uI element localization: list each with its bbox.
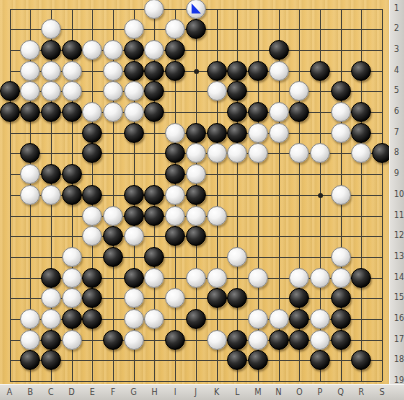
row-label-15: 15 xyxy=(394,294,404,302)
black-stone-Q17[interactable] xyxy=(331,330,351,350)
black-stone-K15[interactable] xyxy=(207,288,227,308)
white-stone-B10[interactable] xyxy=(20,185,40,205)
black-stone-D16[interactable] xyxy=(62,309,82,329)
row-label-13: 13 xyxy=(394,253,404,261)
white-stone-K14[interactable] xyxy=(207,268,227,288)
grid-line-horizontal xyxy=(10,381,383,382)
column-label-G: G xyxy=(131,389,137,397)
black-stone-I17[interactable] xyxy=(165,330,185,350)
white-stone-N6[interactable] xyxy=(269,102,289,122)
black-stone-L6[interactable] xyxy=(227,102,247,122)
white-stone-P8[interactable] xyxy=(310,143,330,163)
white-stone-Q14[interactable] xyxy=(331,268,351,288)
white-stone-F5[interactable] xyxy=(103,81,123,101)
black-stone-E7[interactable] xyxy=(82,123,102,143)
white-stone-M7[interactable] xyxy=(248,123,268,143)
white-stone-N4[interactable] xyxy=(269,61,289,81)
white-stone-F6[interactable] xyxy=(103,102,123,122)
row-label-14: 14 xyxy=(394,274,404,282)
black-stone-J7[interactable] xyxy=(186,123,206,143)
row-label-1: 1 xyxy=(394,5,399,13)
black-stone-L15[interactable] xyxy=(227,288,247,308)
black-stone-G14[interactable] xyxy=(124,268,144,288)
row-label-10: 10 xyxy=(394,191,404,199)
black-stone-R6[interactable] xyxy=(351,102,371,122)
black-stone-C9[interactable] xyxy=(41,164,61,184)
white-stone-C15[interactable] xyxy=(41,288,61,308)
white-stone-P14[interactable] xyxy=(310,268,330,288)
black-stone-G4[interactable] xyxy=(124,61,144,81)
column-label-B: B xyxy=(27,389,33,397)
white-stone-C4[interactable] xyxy=(41,61,61,81)
go-board[interactable] xyxy=(0,0,391,386)
black-stone-J16[interactable] xyxy=(186,309,206,329)
white-stone-H16[interactable] xyxy=(144,309,164,329)
column-label-N: N xyxy=(276,389,282,397)
white-stone-G2[interactable] xyxy=(124,19,144,39)
black-stone-D6[interactable] xyxy=(62,102,82,122)
black-stone-L17[interactable] xyxy=(227,330,247,350)
column-label-E: E xyxy=(90,389,95,397)
column-label-Q: Q xyxy=(338,389,344,397)
white-stone-P16[interactable] xyxy=(310,309,330,329)
hoshi-point xyxy=(194,69,199,74)
black-stone-L4[interactable] xyxy=(227,61,247,81)
white-stone-H1[interactable] xyxy=(144,0,164,19)
grid-line-vertical xyxy=(382,9,383,382)
black-stone-P18[interactable] xyxy=(310,350,330,370)
black-stone-F17[interactable] xyxy=(103,330,123,350)
black-stone-R4[interactable] xyxy=(351,61,371,81)
column-label-M: M xyxy=(254,389,261,397)
black-stone-N3[interactable] xyxy=(269,40,289,60)
black-stone-E15[interactable] xyxy=(82,288,102,308)
black-stone-E16[interactable] xyxy=(82,309,102,329)
column-label-F: F xyxy=(111,389,116,397)
black-stone-R7[interactable] xyxy=(351,123,371,143)
white-stone-J8[interactable] xyxy=(186,143,206,163)
black-stone-C14[interactable] xyxy=(41,268,61,288)
white-stone-M16[interactable] xyxy=(248,309,268,329)
black-stone-D10[interactable] xyxy=(62,185,82,205)
black-stone-R14[interactable] xyxy=(351,268,371,288)
white-stone-F3[interactable] xyxy=(103,40,123,60)
row-coordinate-strip: 12345678910111213141516171819 xyxy=(389,0,404,384)
black-stone-B18[interactable] xyxy=(20,350,40,370)
row-label-11: 11 xyxy=(394,212,404,220)
white-stone-D5[interactable] xyxy=(62,81,82,101)
white-stone-O5[interactable] xyxy=(289,81,309,101)
white-stone-K11[interactable] xyxy=(207,206,227,226)
row-label-6: 6 xyxy=(394,108,399,116)
black-stone-I9[interactable] xyxy=(165,164,185,184)
black-stone-D3[interactable] xyxy=(62,40,82,60)
column-coordinate-strip: ABCDEFGHIJKLMNOPQRS xyxy=(0,384,404,400)
white-stone-G17[interactable] xyxy=(124,330,144,350)
white-stone-B5[interactable] xyxy=(20,81,40,101)
white-stone-C5[interactable] xyxy=(41,81,61,101)
black-stone-J10[interactable] xyxy=(186,185,206,205)
black-stone-F12[interactable] xyxy=(103,226,123,246)
white-stone-M8[interactable] xyxy=(248,143,268,163)
black-stone-B6[interactable] xyxy=(20,102,40,122)
white-stone-D17[interactable] xyxy=(62,330,82,350)
black-stone-G10[interactable] xyxy=(124,185,144,205)
white-stone-G12[interactable] xyxy=(124,226,144,246)
hoshi-point xyxy=(318,193,323,198)
column-label-I: I xyxy=(174,389,176,397)
white-stone-J14[interactable] xyxy=(186,268,206,288)
white-stone-D13[interactable] xyxy=(62,247,82,267)
black-stone-A6[interactable] xyxy=(0,102,20,122)
black-stone-R18[interactable] xyxy=(351,350,371,370)
white-stone-R8[interactable] xyxy=(351,143,371,163)
black-stone-M6[interactable] xyxy=(248,102,268,122)
white-stone-K5[interactable] xyxy=(207,81,227,101)
column-label-L: L xyxy=(235,389,239,397)
black-stone-G3[interactable] xyxy=(124,40,144,60)
white-stone-C2[interactable] xyxy=(41,19,61,39)
black-stone-H10[interactable] xyxy=(144,185,164,205)
black-stone-E8[interactable] xyxy=(82,143,102,163)
black-stone-E10[interactable] xyxy=(82,185,102,205)
row-label-3: 3 xyxy=(394,46,399,54)
black-stone-H11[interactable] xyxy=(144,206,164,226)
black-stone-O15[interactable] xyxy=(289,288,309,308)
black-stone-L18[interactable] xyxy=(227,350,247,370)
white-stone-N7[interactable] xyxy=(269,123,289,143)
white-stone-G16[interactable] xyxy=(124,309,144,329)
column-label-D: D xyxy=(69,389,75,397)
white-stone-J11[interactable] xyxy=(186,206,206,226)
white-stone-O14[interactable] xyxy=(289,268,309,288)
black-stone-C17[interactable] xyxy=(41,330,61,350)
black-stone-I8[interactable] xyxy=(165,143,185,163)
column-label-R: R xyxy=(359,389,365,397)
black-stone-Q16[interactable] xyxy=(331,309,351,329)
white-stone-B9[interactable] xyxy=(20,164,40,184)
column-label-H: H xyxy=(151,389,157,397)
black-stone-J2[interactable] xyxy=(186,19,206,39)
black-stone-Q5[interactable] xyxy=(331,81,351,101)
black-stone-F13[interactable] xyxy=(103,247,123,267)
black-stone-H6[interactable] xyxy=(144,102,164,122)
white-stone-I10[interactable] xyxy=(165,185,185,205)
grid-line-vertical xyxy=(10,9,11,382)
black-stone-A5[interactable] xyxy=(0,81,20,101)
row-label-18: 18 xyxy=(394,356,404,364)
white-stone-M17[interactable] xyxy=(248,330,268,350)
white-stone-I15[interactable] xyxy=(165,288,185,308)
black-stone-O6[interactable] xyxy=(289,102,309,122)
row-label-17: 17 xyxy=(394,336,404,344)
white-stone-K8[interactable] xyxy=(207,143,227,163)
black-stone-H13[interactable] xyxy=(144,247,164,267)
black-stone-I12[interactable] xyxy=(165,226,185,246)
white-stone-G5[interactable] xyxy=(124,81,144,101)
white-stone-I7[interactable] xyxy=(165,123,185,143)
white-stone-Q6[interactable] xyxy=(331,102,351,122)
black-stone-B8[interactable] xyxy=(20,143,40,163)
white-stone-E6[interactable] xyxy=(82,102,102,122)
white-stone-J9[interactable] xyxy=(186,164,206,184)
white-stone-I2[interactable] xyxy=(165,19,185,39)
column-label-S: S xyxy=(380,389,385,397)
white-stone-G6[interactable] xyxy=(124,102,144,122)
black-stone-K4[interactable] xyxy=(207,61,227,81)
white-stone-N16[interactable] xyxy=(269,309,289,329)
white-stone-Q13[interactable] xyxy=(331,247,351,267)
column-label-J: J xyxy=(195,389,197,397)
column-label-P: P xyxy=(318,389,323,397)
black-stone-M4[interactable] xyxy=(248,61,268,81)
white-stone-Q10[interactable] xyxy=(331,185,351,205)
white-stone-G15[interactable] xyxy=(124,288,144,308)
white-stone-B4[interactable] xyxy=(20,61,40,81)
black-stone-G11[interactable] xyxy=(124,206,144,226)
black-stone-H5[interactable] xyxy=(144,81,164,101)
white-stone-B17[interactable] xyxy=(20,330,40,350)
white-stone-P17[interactable] xyxy=(310,330,330,350)
white-stone-H3[interactable] xyxy=(144,40,164,60)
white-stone-I11[interactable] xyxy=(165,206,185,226)
black-stone-M18[interactable] xyxy=(248,350,268,370)
row-label-8: 8 xyxy=(394,149,399,157)
black-stone-Q15[interactable] xyxy=(331,288,351,308)
white-stone-O8[interactable] xyxy=(289,143,309,163)
white-stone-E3[interactable] xyxy=(82,40,102,60)
black-stone-C18[interactable] xyxy=(41,350,61,370)
column-label-O: O xyxy=(296,389,302,397)
go-app-window: 12345678910111213141516171819 ABCDEFGHIJ… xyxy=(0,0,404,400)
column-label-A: A xyxy=(7,389,12,397)
row-label-12: 12 xyxy=(394,232,404,240)
white-stone-B3[interactable] xyxy=(20,40,40,60)
white-stone-F4[interactable] xyxy=(103,61,123,81)
row-label-5: 5 xyxy=(394,87,399,95)
black-stone-P4[interactable] xyxy=(310,61,330,81)
white-stone-L13[interactable] xyxy=(227,247,247,267)
column-label-C: C xyxy=(48,389,54,397)
row-label-2: 2 xyxy=(394,25,399,33)
white-stone-H14[interactable] xyxy=(144,268,164,288)
white-stone-E12[interactable] xyxy=(82,226,102,246)
white-stone-L8[interactable] xyxy=(227,143,247,163)
black-stone-D9[interactable] xyxy=(62,164,82,184)
white-stone-K17[interactable] xyxy=(207,330,227,350)
row-label-16: 16 xyxy=(394,315,404,323)
black-stone-C6[interactable] xyxy=(41,102,61,122)
white-stone-Q7[interactable] xyxy=(331,123,351,143)
column-label-K: K xyxy=(214,389,219,397)
white-stone-C16[interactable] xyxy=(41,309,61,329)
black-stone-L7[interactable] xyxy=(227,123,247,143)
black-stone-H4[interactable] xyxy=(144,61,164,81)
row-label-9: 9 xyxy=(394,170,399,178)
white-stone-F11[interactable] xyxy=(103,206,123,226)
black-stone-O16[interactable] xyxy=(289,309,309,329)
black-stone-J12[interactable] xyxy=(186,226,206,246)
white-stone-M14[interactable] xyxy=(248,268,268,288)
black-stone-G7[interactable] xyxy=(124,123,144,143)
white-stone-D14[interactable] xyxy=(62,268,82,288)
row-label-4: 4 xyxy=(394,67,399,75)
black-stone-L5[interactable] xyxy=(227,81,247,101)
black-stone-K7[interactable] xyxy=(207,123,227,143)
white-stone-E11[interactable] xyxy=(82,206,102,226)
black-stone-N17[interactable] xyxy=(269,330,289,350)
white-stone-B16[interactable] xyxy=(20,309,40,329)
black-stone-I3[interactable] xyxy=(165,40,185,60)
black-stone-E14[interactable] xyxy=(82,268,102,288)
black-stone-O17[interactable] xyxy=(289,330,309,350)
white-stone-C10[interactable] xyxy=(41,185,61,205)
row-label-7: 7 xyxy=(394,129,399,137)
white-stone-D15[interactable] xyxy=(62,288,82,308)
white-stone-D4[interactable] xyxy=(62,61,82,81)
black-stone-I4[interactable] xyxy=(165,61,185,81)
black-stone-C3[interactable] xyxy=(41,40,61,60)
